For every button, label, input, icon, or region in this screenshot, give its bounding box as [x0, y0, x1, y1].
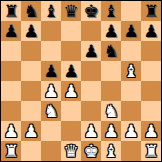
- black-pawn-piece: ♟: [63, 61, 78, 81]
- square-e2[interactable]: ♟: [81, 121, 101, 141]
- square-h5[interactable]: [141, 61, 161, 81]
- black-knight-piece: ♞: [103, 41, 118, 61]
- square-f1[interactable]: ♝: [101, 141, 121, 161]
- square-a6[interactable]: [1, 41, 21, 61]
- square-f2[interactable]: ♟: [101, 121, 121, 141]
- square-d6[interactable]: [61, 41, 81, 61]
- square-c1[interactable]: [41, 141, 61, 161]
- black-pawn-piece: ♟: [43, 61, 58, 81]
- white-pawn-piece: ♟: [3, 121, 18, 141]
- square-f6[interactable]: ♞: [101, 41, 121, 61]
- square-c3[interactable]: ♞: [41, 101, 61, 121]
- black-pawn-piece: ♟: [23, 21, 38, 41]
- square-c2[interactable]: [41, 121, 61, 141]
- black-pawn-piece: ♟: [103, 21, 118, 41]
- square-b3[interactable]: [21, 101, 41, 121]
- white-pawn-piece: ♟: [63, 81, 78, 101]
- square-b5[interactable]: [21, 61, 41, 81]
- black-bishop-piece: ♝: [103, 1, 118, 21]
- square-a4[interactable]: [1, 81, 21, 101]
- square-h6[interactable]: [141, 41, 161, 61]
- square-h7[interactable]: ♟: [141, 21, 161, 41]
- square-e1[interactable]: ♚: [81, 141, 101, 161]
- square-f3[interactable]: ♞: [101, 101, 121, 121]
- square-c7[interactable]: [41, 21, 61, 41]
- square-d3[interactable]: [61, 101, 81, 121]
- black-rook-piece: ♜: [3, 1, 18, 21]
- square-c8[interactable]: ♝: [41, 1, 61, 21]
- white-queen-piece: ♛: [63, 141, 78, 161]
- white-knight-piece: ♞: [43, 101, 58, 121]
- square-e7[interactable]: [81, 21, 101, 41]
- square-a2[interactable]: ♟: [1, 121, 21, 141]
- black-rook-piece: ♜: [143, 1, 158, 21]
- square-b6[interactable]: [21, 41, 41, 61]
- square-g6[interactable]: [121, 41, 141, 61]
- white-knight-piece: ♞: [103, 101, 118, 121]
- white-rook-piece: ♜: [3, 141, 18, 161]
- square-g1[interactable]: [121, 141, 141, 161]
- white-pawn-piece: ♟: [23, 121, 38, 141]
- square-h4[interactable]: [141, 81, 161, 101]
- white-pawn-piece: ♟: [43, 81, 58, 101]
- square-b1[interactable]: [21, 141, 41, 161]
- square-h2[interactable]: ♟: [141, 121, 161, 141]
- square-e8[interactable]: ♚: [81, 1, 101, 21]
- square-f4[interactable]: [101, 81, 121, 101]
- black-pawn-piece: ♟: [83, 41, 98, 61]
- square-h8[interactable]: ♜: [141, 1, 161, 21]
- square-f5[interactable]: [101, 61, 121, 81]
- square-a8[interactable]: ♜: [1, 1, 21, 21]
- black-king-piece: ♚: [83, 1, 98, 21]
- square-g8[interactable]: [121, 1, 141, 21]
- black-pawn-piece: ♟: [123, 21, 138, 41]
- square-f8[interactable]: ♝: [101, 1, 121, 21]
- square-g7[interactable]: ♟: [121, 21, 141, 41]
- square-g5[interactable]: ♝: [121, 61, 141, 81]
- square-d2[interactable]: [61, 121, 81, 141]
- square-d5[interactable]: ♟: [61, 61, 81, 81]
- square-a1[interactable]: ♜: [1, 141, 21, 161]
- white-king-piece: ♚: [83, 141, 98, 161]
- black-queen-piece: ♛: [63, 1, 78, 21]
- square-a7[interactable]: ♟: [1, 21, 21, 41]
- white-bishop-piece: ♝: [123, 61, 138, 81]
- square-c4[interactable]: ♟: [41, 81, 61, 101]
- chess-board: ♜♞♝♛♚♝♜♟♟♟♟♟♟♞♟♟♝♟♟♞♞♟♟♟♟♟♟♜♛♚♝♜: [0, 0, 162, 162]
- square-a5[interactable]: [1, 61, 21, 81]
- square-d1[interactable]: ♛: [61, 141, 81, 161]
- square-d4[interactable]: ♟: [61, 81, 81, 101]
- square-a3[interactable]: [1, 101, 21, 121]
- square-g3[interactable]: [121, 101, 141, 121]
- black-bishop-piece: ♝: [43, 1, 58, 21]
- square-h3[interactable]: [141, 101, 161, 121]
- square-e3[interactable]: [81, 101, 101, 121]
- square-d7[interactable]: [61, 21, 81, 41]
- square-c5[interactable]: ♟: [41, 61, 61, 81]
- square-g4[interactable]: [121, 81, 141, 101]
- white-rook-piece: ♜: [143, 141, 158, 161]
- square-b8[interactable]: ♞: [21, 1, 41, 21]
- square-b4[interactable]: [21, 81, 41, 101]
- white-pawn-piece: ♟: [83, 121, 98, 141]
- white-pawn-piece: ♟: [143, 121, 158, 141]
- white-pawn-piece: ♟: [103, 121, 118, 141]
- square-c6[interactable]: [41, 41, 61, 61]
- square-b2[interactable]: ♟: [21, 121, 41, 141]
- black-pawn-piece: ♟: [3, 21, 18, 41]
- square-b7[interactable]: ♟: [21, 21, 41, 41]
- square-d8[interactable]: ♛: [61, 1, 81, 21]
- black-knight-piece: ♞: [23, 1, 38, 21]
- square-f7[interactable]: ♟: [101, 21, 121, 41]
- white-bishop-piece: ♝: [103, 141, 118, 161]
- black-pawn-piece: ♟: [143, 21, 158, 41]
- square-h1[interactable]: ♜: [141, 141, 161, 161]
- square-e5[interactable]: [81, 61, 101, 81]
- square-e6[interactable]: ♟: [81, 41, 101, 61]
- square-e4[interactable]: [81, 81, 101, 101]
- square-g2[interactable]: ♟: [121, 121, 141, 141]
- white-pawn-piece: ♟: [123, 121, 138, 141]
